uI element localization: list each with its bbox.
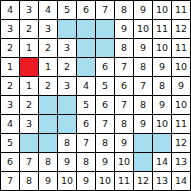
distance-cell: 7 xyxy=(96,1,114,19)
distance-cell: 4 xyxy=(1,115,19,133)
distance-cell: 2 xyxy=(20,96,38,114)
distance-cell: 13 xyxy=(153,172,171,190)
distance-cell: 3 xyxy=(20,1,38,19)
distance-cell: 10 xyxy=(153,115,171,133)
wall-cell xyxy=(39,115,57,133)
distance-cell: 3 xyxy=(58,39,76,57)
distance-cell: 8 xyxy=(115,115,133,133)
distance-cell: 9 xyxy=(58,153,76,171)
source-cell xyxy=(20,58,38,76)
distance-cell: 2 xyxy=(1,39,19,57)
distance-cell: 13 xyxy=(172,153,190,171)
distance-cell: 5 xyxy=(77,96,95,114)
distance-cell: 10 xyxy=(58,172,76,190)
distance-cell: 7 xyxy=(115,96,133,114)
distance-cell: 9 xyxy=(115,20,133,38)
distance-cell: 4 xyxy=(1,1,19,19)
wall-cell xyxy=(58,96,76,114)
distance-cell: 7 xyxy=(115,58,133,76)
wall-cell xyxy=(134,134,152,152)
distance-cell: 6 xyxy=(96,58,114,76)
distance-cell: 8 xyxy=(115,1,133,19)
distance-cell: 3 xyxy=(58,77,76,95)
distance-cell: 2 xyxy=(39,39,57,57)
puzzle-grid: 4345678910113239101112212389101111267891… xyxy=(0,0,191,191)
distance-cell: 7 xyxy=(134,77,152,95)
distance-cell: 7 xyxy=(20,153,38,171)
distance-cell: 1 xyxy=(1,58,19,76)
distance-cell: 9 xyxy=(115,134,133,152)
distance-cell: 2 xyxy=(39,77,57,95)
distance-cell: 11 xyxy=(172,1,190,19)
distance-cell: 10 xyxy=(172,96,190,114)
distance-cell: 9 xyxy=(96,153,114,171)
distance-cell: 10 xyxy=(172,58,190,76)
distance-cell: 11 xyxy=(172,39,190,57)
distance-cell: 9 xyxy=(39,172,57,190)
distance-cell: 8 xyxy=(134,96,152,114)
distance-cell: 5 xyxy=(58,1,76,19)
wall-cell xyxy=(58,20,76,38)
distance-cell: 8 xyxy=(39,153,57,171)
distance-cell: 6 xyxy=(115,77,133,95)
distance-cell: 12 xyxy=(134,172,152,190)
distance-cell: 1 xyxy=(20,39,38,57)
distance-cell: 5 xyxy=(96,77,114,95)
distance-cell: 5 xyxy=(1,134,19,152)
wall-cell xyxy=(58,115,76,133)
distance-cell: 9 xyxy=(134,115,152,133)
distance-cell: 9 xyxy=(77,172,95,190)
distance-cell: 11 xyxy=(172,115,190,133)
distance-cell: 9 xyxy=(172,77,190,95)
distance-cell: 9 xyxy=(153,58,171,76)
distance-cell: 10 xyxy=(153,39,171,57)
distance-cell: 7 xyxy=(77,134,95,152)
distance-cell: 9 xyxy=(134,39,152,57)
distance-cell: 4 xyxy=(77,77,95,95)
distance-cell: 10 xyxy=(96,172,114,190)
distance-cell: 8 xyxy=(96,134,114,152)
distance-cell: 11 xyxy=(115,172,133,190)
wall-cell xyxy=(39,134,57,152)
distance-cell: 12 xyxy=(172,134,190,152)
distance-cell: 6 xyxy=(1,153,19,171)
distance-cell: 1 xyxy=(20,77,38,95)
distance-cell: 9 xyxy=(134,1,152,19)
distance-cell: 3 xyxy=(39,20,57,38)
distance-cell: 4 xyxy=(39,1,57,19)
wall-cell xyxy=(77,39,95,57)
wall-cell xyxy=(77,20,95,38)
distance-cell: 10 xyxy=(134,20,152,38)
distance-cell: 8 xyxy=(58,134,76,152)
distance-cell: 8 xyxy=(153,77,171,95)
wall-cell xyxy=(153,134,171,152)
distance-cell: 2 xyxy=(58,58,76,76)
wall-cell xyxy=(39,96,57,114)
distance-cell: 8 xyxy=(134,58,152,76)
distance-cell: 12 xyxy=(172,20,190,38)
wall-cell xyxy=(20,134,38,152)
distance-cell: 2 xyxy=(20,20,38,38)
distance-cell: 7 xyxy=(1,172,19,190)
distance-cell: 3 xyxy=(1,20,19,38)
distance-cell: 10 xyxy=(153,1,171,19)
distance-cell: 6 xyxy=(77,115,95,133)
distance-cell: 7 xyxy=(96,115,114,133)
distance-cell: 3 xyxy=(1,96,19,114)
distance-cell: 9 xyxy=(153,96,171,114)
wall-cell xyxy=(77,58,95,76)
distance-cell: 1 xyxy=(39,58,57,76)
wall-cell xyxy=(96,20,114,38)
distance-cell: 11 xyxy=(153,20,171,38)
distance-cell: 2 xyxy=(1,77,19,95)
wall-cell xyxy=(134,153,152,171)
distance-cell: 6 xyxy=(96,96,114,114)
distance-cell: 14 xyxy=(172,172,190,190)
distance-cell: 3 xyxy=(20,115,38,133)
distance-cell: 8 xyxy=(77,153,95,171)
distance-cell: 14 xyxy=(153,153,171,171)
wall-cell xyxy=(96,39,114,57)
distance-cell: 8 xyxy=(20,172,38,190)
distance-cell: 6 xyxy=(77,1,95,19)
distance-cell: 10 xyxy=(115,153,133,171)
distance-cell: 8 xyxy=(115,39,133,57)
